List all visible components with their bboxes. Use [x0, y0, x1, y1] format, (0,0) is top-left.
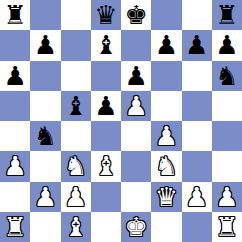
- square-b2[interactable]: ♟: [30, 182, 60, 212]
- square-h4[interactable]: [212, 121, 242, 151]
- square-h8[interactable]: ♜: [212, 0, 242, 30]
- square-c3[interactable]: ♞: [61, 151, 91, 181]
- piece-black-pawn[interactable]: ♟: [94, 93, 117, 119]
- square-d6[interactable]: [91, 61, 121, 91]
- square-e1[interactable]: ♚: [121, 212, 151, 242]
- square-a2[interactable]: [0, 182, 30, 212]
- square-a5[interactable]: [0, 91, 30, 121]
- square-c8[interactable]: [61, 0, 91, 30]
- piece-white-bishop[interactable]: ♝: [64, 214, 87, 240]
- square-f5[interactable]: [151, 91, 181, 121]
- square-d7[interactable]: ♝: [91, 30, 121, 60]
- square-e6[interactable]: ♟: [121, 61, 151, 91]
- piece-white-knight[interactable]: ♞: [64, 153, 87, 179]
- piece-white-pawn[interactable]: ♟: [124, 93, 147, 119]
- square-g4[interactable]: [182, 121, 212, 151]
- piece-black-bishop[interactable]: ♝: [64, 93, 87, 119]
- square-e3[interactable]: [121, 151, 151, 181]
- piece-white-pawn[interactable]: ♟: [155, 123, 178, 149]
- piece-black-pawn[interactable]: ♟: [155, 32, 178, 58]
- square-b7[interactable]: ♟: [30, 30, 60, 60]
- piece-white-pawn[interactable]: ♟: [215, 184, 238, 210]
- square-a4[interactable]: [0, 121, 30, 151]
- piece-black-rook[interactable]: ♜: [3, 2, 26, 28]
- square-h7[interactable]: ♟: [212, 30, 242, 60]
- square-a1[interactable]: ♜: [0, 212, 30, 242]
- square-d1[interactable]: [91, 212, 121, 242]
- square-d8[interactable]: ♛: [91, 0, 121, 30]
- piece-white-rook[interactable]: ♜: [215, 214, 238, 240]
- square-c7[interactable]: [61, 30, 91, 60]
- square-g2[interactable]: ♟: [182, 182, 212, 212]
- square-e5[interactable]: ♟: [121, 91, 151, 121]
- piece-black-pawn[interactable]: ♟: [215, 32, 238, 58]
- square-a7[interactable]: [0, 30, 30, 60]
- square-f3[interactable]: ♞: [151, 151, 181, 181]
- square-h3[interactable]: [212, 151, 242, 181]
- square-a8[interactable]: ♜: [0, 0, 30, 30]
- square-a3[interactable]: ♟: [0, 151, 30, 181]
- square-b5[interactable]: [30, 91, 60, 121]
- square-g5[interactable]: [182, 91, 212, 121]
- chess-board: ♜♛♚♜♟♝♟♟♟♟♟♞♝♟♟♞♟♟♞♝♞♟♟♛♟♟♜♝♚♜: [0, 0, 242, 242]
- square-g1[interactable]: [182, 212, 212, 242]
- piece-black-rook[interactable]: ♜: [215, 2, 238, 28]
- square-b3[interactable]: [30, 151, 60, 181]
- square-d2[interactable]: [91, 182, 121, 212]
- piece-black-pawn[interactable]: ♟: [124, 63, 147, 89]
- square-d5[interactable]: ♟: [91, 91, 121, 121]
- piece-black-bishop[interactable]: ♝: [94, 32, 117, 58]
- square-h6[interactable]: ♞: [212, 61, 242, 91]
- square-c6[interactable]: [61, 61, 91, 91]
- square-e2[interactable]: [121, 182, 151, 212]
- piece-white-pawn[interactable]: ♟: [64, 184, 87, 210]
- piece-black-king[interactable]: ♚: [124, 2, 147, 28]
- square-e4[interactable]: [121, 121, 151, 151]
- square-c2[interactable]: ♟: [61, 182, 91, 212]
- square-g8[interactable]: [182, 0, 212, 30]
- square-b4[interactable]: ♞: [30, 121, 60, 151]
- square-a6[interactable]: ♟: [0, 61, 30, 91]
- piece-black-knight[interactable]: ♞: [215, 63, 238, 89]
- square-d3[interactable]: ♝: [91, 151, 121, 181]
- square-h1[interactable]: ♜: [212, 212, 242, 242]
- square-g7[interactable]: ♟: [182, 30, 212, 60]
- square-b8[interactable]: [30, 0, 60, 30]
- square-f2[interactable]: ♛: [151, 182, 181, 212]
- square-h2[interactable]: ♟: [212, 182, 242, 212]
- piece-black-knight[interactable]: ♞: [34, 123, 57, 149]
- square-c1[interactable]: ♝: [61, 212, 91, 242]
- square-b6[interactable]: [30, 61, 60, 91]
- square-b1[interactable]: [30, 212, 60, 242]
- piece-black-pawn[interactable]: ♟: [34, 32, 57, 58]
- square-h5[interactable]: [212, 91, 242, 121]
- square-g3[interactable]: [182, 151, 212, 181]
- piece-white-rook[interactable]: ♜: [3, 214, 26, 240]
- square-f1[interactable]: [151, 212, 181, 242]
- square-d4[interactable]: [91, 121, 121, 151]
- square-f7[interactable]: ♟: [151, 30, 181, 60]
- piece-black-queen[interactable]: ♛: [94, 2, 117, 28]
- piece-black-pawn[interactable]: ♟: [185, 32, 208, 58]
- square-c4[interactable]: [61, 121, 91, 151]
- piece-black-pawn[interactable]: ♟: [3, 63, 26, 89]
- square-c5[interactable]: ♝: [61, 91, 91, 121]
- piece-white-pawn[interactable]: ♟: [3, 153, 26, 179]
- square-e8[interactable]: ♚: [121, 0, 151, 30]
- square-f8[interactable]: [151, 0, 181, 30]
- square-e7[interactable]: [121, 30, 151, 60]
- piece-white-pawn[interactable]: ♟: [34, 184, 57, 210]
- piece-white-queen[interactable]: ♛: [155, 184, 178, 210]
- square-g6[interactable]: [182, 61, 212, 91]
- piece-white-knight[interactable]: ♞: [155, 153, 178, 179]
- square-f4[interactable]: ♟: [151, 121, 181, 151]
- piece-white-pawn[interactable]: ♟: [185, 184, 208, 210]
- square-f6[interactable]: [151, 61, 181, 91]
- piece-white-bishop[interactable]: ♝: [94, 153, 117, 179]
- piece-white-king[interactable]: ♚: [124, 214, 147, 240]
